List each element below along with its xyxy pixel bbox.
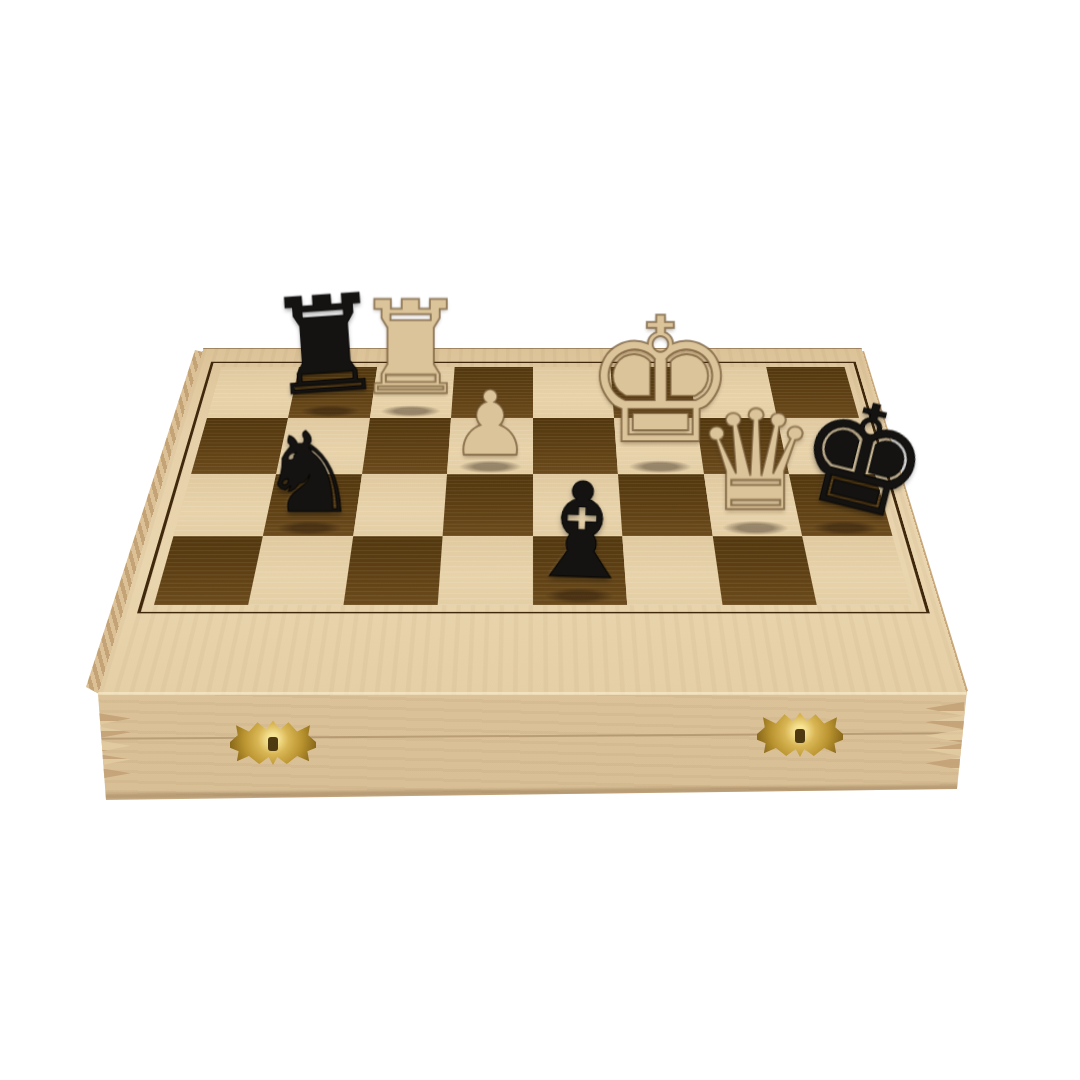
product-photo-scene: ♜♜♟♚♞♛♚♝	[0, 0, 1080, 1080]
black-bishop: ♝	[521, 464, 643, 599]
square-d5	[438, 536, 533, 605]
square-h6: ♚	[789, 474, 892, 536]
box-lid-top: ♜♜♟♚♞♛♚♝	[98, 348, 967, 695]
square-h5	[802, 536, 911, 605]
white-pawn: ♟	[450, 379, 530, 469]
square-c8: ♜	[369, 367, 454, 418]
square-b5	[248, 536, 353, 605]
square-c7	[362, 418, 452, 474]
square-d7: ♟	[447, 418, 533, 474]
square-c5	[343, 536, 443, 605]
square-g5	[712, 536, 816, 605]
square-b6: ♞	[263, 474, 362, 536]
square-a5	[153, 536, 262, 605]
black-knight: ♞	[259, 419, 358, 530]
perspective-container: ♜♜♟♚♞♛♚♝	[0, 0, 1080, 1080]
chess-board: ♜♜♟♚♞♛♚♝	[153, 367, 911, 605]
square-e5: ♝	[532, 536, 627, 605]
